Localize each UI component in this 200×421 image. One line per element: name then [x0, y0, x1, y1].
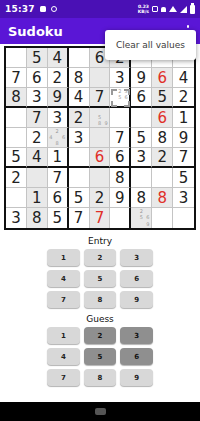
entry-keypad: 123456789	[47, 249, 153, 308]
cell-r2c5[interactable]	[90, 68, 111, 88]
cell-r5c6[interactable]: 7	[110, 128, 131, 148]
sim-icon	[152, 6, 158, 12]
cell-r2c8[interactable]: 6	[152, 68, 173, 88]
cell-r8c7[interactable]: 8	[131, 188, 152, 208]
cell-r6c4[interactable]	[69, 148, 90, 168]
cell-r3c8[interactable]: 5	[152, 88, 173, 108]
message-icon	[40, 6, 46, 12]
cell-r6c3[interactable]: 1	[48, 148, 69, 168]
overflow-menu: Clear all values	[105, 30, 196, 60]
cell-r5c5[interactable]	[90, 128, 111, 148]
cell-r6c5[interactable]: 6	[90, 148, 111, 168]
guess-keypad: 123456789	[47, 327, 153, 386]
cell-r5c4[interactable]: 3	[69, 128, 90, 148]
cell-r6c7[interactable]: 3	[131, 148, 152, 168]
cell-r3c5[interactable]: 7	[90, 88, 111, 108]
cell-r2c1[interactable]: 7	[6, 68, 27, 88]
cell-r4c8[interactable]: 6	[152, 108, 173, 128]
guess-key-2[interactable]: 2	[84, 327, 117, 344]
cell-r6c6[interactable]: 6	[110, 148, 131, 168]
guess-key-3[interactable]: 3	[120, 327, 153, 344]
cell-r5c3[interactable]: 2468	[48, 128, 69, 148]
pencil-marks-r4c5: 589	[90, 108, 110, 127]
cell-r4c9[interactable]: 1	[173, 108, 194, 128]
cell-r9c6[interactable]	[110, 208, 131, 228]
sudoku-board: 5462762839648394723566527325896122468375…	[4, 46, 196, 230]
entry-keypad-label: Entry	[0, 236, 200, 246]
cell-r3c1[interactable]: 8	[6, 88, 27, 108]
cell-r9c5[interactable]: 7	[90, 208, 111, 228]
cell-r7c8[interactable]	[152, 168, 173, 188]
cell-r8c4[interactable]: 5	[69, 188, 90, 208]
cell-r2c3[interactable]: 2	[48, 68, 69, 88]
entry-key-1[interactable]: 1	[47, 249, 80, 266]
cell-r5c1[interactable]	[6, 128, 27, 148]
entry-key-9[interactable]: 9	[120, 291, 153, 308]
cell-r4c1[interactable]	[6, 108, 27, 128]
cell-r8c8[interactable]: 8	[152, 188, 173, 208]
cell-r7c6[interactable]: 8	[110, 168, 131, 188]
cell-r9c7[interactable]: 2569	[131, 208, 152, 228]
guess-key-1[interactable]: 1	[47, 327, 80, 344]
cell-r7c2[interactable]	[27, 168, 48, 188]
battery-icon	[190, 5, 195, 14]
entry-key-7[interactable]: 7	[47, 291, 80, 308]
cell-r4c3[interactable]: 3	[48, 108, 69, 128]
guess-key-8[interactable]: 8	[84, 369, 117, 386]
cell-r3c4[interactable]: 4	[69, 88, 90, 108]
cell-r9c8[interactable]	[152, 208, 173, 228]
wifi-icon	[169, 6, 177, 12]
cell-r4c5[interactable]: 589	[90, 108, 111, 128]
cell-r9c4[interactable]: 7	[69, 208, 90, 228]
cell-signal-icon	[180, 6, 187, 13]
cell-r4c2[interactable]: 7	[27, 108, 48, 128]
clock: 15:37	[5, 4, 35, 14]
guess-key-5[interactable]: 5	[84, 348, 117, 365]
cell-r7c4[interactable]	[69, 168, 90, 188]
notification-circle-icon	[51, 6, 57, 12]
cell-r9c2[interactable]: 8	[27, 208, 48, 228]
entry-key-3[interactable]: 3	[120, 249, 153, 266]
entry-key-6[interactable]: 6	[120, 270, 153, 287]
cell-r6c2[interactable]: 4	[27, 148, 48, 168]
pencil-marks-r9c7: 2569	[131, 208, 151, 228]
cell-r8c2[interactable]: 1	[27, 188, 48, 208]
cell-r9c9[interactable]	[173, 208, 194, 228]
cell-r4c7[interactable]	[131, 108, 152, 128]
cell-r2c6[interactable]: 3	[110, 68, 131, 88]
cell-r6c1[interactable]: 5	[6, 148, 27, 168]
status-bar: 15:37 0.23 KB/s	[0, 0, 200, 18]
cell-r4c4[interactable]: 2	[69, 108, 90, 128]
cell-r9c1[interactable]: 3	[6, 208, 27, 228]
cell-r3c7[interactable]: 6	[131, 88, 152, 108]
guess-key-9[interactable]: 9	[120, 369, 153, 386]
gesture-nav-bar	[0, 402, 200, 421]
cell-r7c3[interactable]: 7	[48, 168, 69, 188]
cell-r5c8[interactable]: 8	[152, 128, 173, 148]
guess-key-7[interactable]: 7	[47, 369, 80, 386]
cell-r7c1[interactable]: 2	[6, 168, 27, 188]
cell-r5c2[interactable]: 2	[27, 128, 48, 148]
cell-r8c3[interactable]: 6	[48, 188, 69, 208]
cell-r3c2[interactable]: 3	[27, 88, 48, 108]
entry-key-4[interactable]: 4	[47, 270, 80, 287]
pencil-marks-r5c3: 2468	[48, 128, 67, 147]
cell-r2c4[interactable]: 8	[69, 68, 90, 88]
menu-item-clear-all-values[interactable]: Clear all values	[105, 32, 196, 58]
cell-r2c2[interactable]: 6	[27, 68, 48, 88]
cell-r8c1[interactable]	[6, 188, 27, 208]
cell-r8c6[interactable]: 9	[110, 188, 131, 208]
cell-r1c3[interactable]: 4	[48, 48, 69, 68]
cell-r3c3[interactable]: 9	[48, 88, 69, 108]
entry-key-5[interactable]: 5	[84, 270, 117, 287]
cell-r3c9[interactable]: 2	[173, 88, 194, 108]
cell-r6c8[interactable]: 2	[152, 148, 173, 168]
cell-r8c9[interactable]: 3	[173, 188, 194, 208]
guess-key-6[interactable]: 6	[120, 348, 153, 365]
network-speed: 0.23 KB/s	[138, 4, 149, 14]
cell-r9c3[interactable]: 5	[48, 208, 69, 228]
cell-r3c6[interactable]: 2356	[110, 88, 131, 108]
pencil-marks-r3c6: 2356	[110, 88, 129, 106]
alarm-icon	[161, 7, 166, 12]
cell-r1c2[interactable]: 5	[27, 48, 48, 68]
guess-keypad-label: Guess	[0, 314, 200, 324]
cell-r1c4[interactable]	[69, 48, 90, 68]
cell-r7c9[interactable]: 5	[173, 168, 194, 188]
cell-r2c9[interactable]: 4	[173, 68, 194, 88]
entry-key-8[interactable]: 8	[84, 291, 117, 308]
entry-key-2[interactable]: 2	[84, 249, 117, 266]
cell-r4c6[interactable]	[110, 108, 131, 128]
cell-r2c7[interactable]: 9	[131, 68, 152, 88]
cell-r5c7[interactable]: 5	[131, 128, 152, 148]
cell-r6c9[interactable]: 7	[173, 148, 194, 168]
cell-r1c1[interactable]	[6, 48, 27, 68]
cell-r7c5[interactable]	[90, 168, 111, 188]
cell-r5c9[interactable]: 9	[173, 128, 194, 148]
cell-r8c5[interactable]: 2	[90, 188, 111, 208]
cell-r7c7[interactable]	[131, 168, 152, 188]
home-pill-icon[interactable]	[95, 408, 106, 415]
page-title: Sudoku	[8, 24, 63, 39]
guess-key-4[interactable]: 4	[47, 348, 80, 365]
